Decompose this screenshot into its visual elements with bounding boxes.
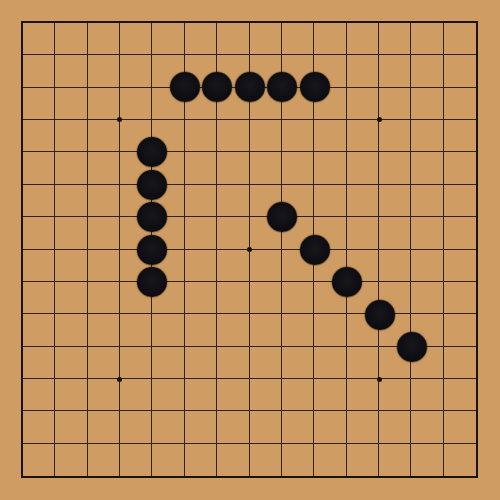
grid-cell (23, 120, 55, 152)
grid-cell (444, 347, 476, 379)
black-stone (235, 72, 265, 102)
grid-cell (250, 250, 282, 282)
grid-cell (314, 444, 346, 476)
grid-cell (314, 314, 346, 346)
grid-cell (88, 185, 120, 217)
grid-cell (23, 217, 55, 249)
grid-cell (411, 120, 443, 152)
grid-cell (185, 250, 217, 282)
grid-cell (314, 23, 346, 55)
grid-cell (379, 152, 411, 184)
grid-cell (314, 379, 346, 411)
grid-cell (347, 152, 379, 184)
grid-cell (217, 347, 249, 379)
grid-cell (250, 120, 282, 152)
grid-cell (88, 444, 120, 476)
grid-cell (55, 23, 87, 55)
grid-cell (444, 88, 476, 120)
grid-cell (55, 120, 87, 152)
grid-cell (444, 314, 476, 346)
grid-cell (217, 379, 249, 411)
grid-cell (444, 23, 476, 55)
grid-cell (88, 55, 120, 87)
grid-cell (347, 120, 379, 152)
grid-cell (88, 88, 120, 120)
grid-cell (55, 250, 87, 282)
grid-cell (379, 411, 411, 443)
grid-cell (250, 23, 282, 55)
grid-cell (23, 55, 55, 87)
grid-cell (444, 152, 476, 184)
grid-cell (444, 411, 476, 443)
black-stone (365, 300, 395, 330)
black-stone (397, 332, 427, 362)
grid-cell (314, 185, 346, 217)
grid-cell (120, 379, 152, 411)
grid-cell (88, 120, 120, 152)
grid-cell (55, 347, 87, 379)
grid-cell (347, 55, 379, 87)
grid-cell (217, 250, 249, 282)
grid-cell (88, 379, 120, 411)
grid-cell (282, 282, 314, 314)
grid-cell (314, 411, 346, 443)
grid-cell (88, 152, 120, 184)
grid-cell (23, 282, 55, 314)
grid-cell (282, 444, 314, 476)
grid-cell (282, 347, 314, 379)
grid-cell (411, 88, 443, 120)
grid-cell (411, 411, 443, 443)
goban (0, 0, 500, 500)
black-stone (137, 170, 167, 200)
grid-cell (23, 152, 55, 184)
grid-cell (347, 23, 379, 55)
grid-cell (217, 152, 249, 184)
grid-cell (185, 152, 217, 184)
grid-cell (217, 411, 249, 443)
grid-cell (23, 379, 55, 411)
grid-cell (185, 379, 217, 411)
grid-cell (55, 152, 87, 184)
grid-cell (120, 347, 152, 379)
grid-cell (120, 88, 152, 120)
grid-cell (55, 55, 87, 87)
grid-cell (250, 347, 282, 379)
grid-cell (185, 23, 217, 55)
grid-cell (347, 185, 379, 217)
grid-cell (314, 347, 346, 379)
grid-cell (185, 185, 217, 217)
grid-cell (185, 411, 217, 443)
grid-cell (250, 314, 282, 346)
grid-cell (152, 379, 184, 411)
grid-cell (411, 217, 443, 249)
grid-cell (379, 217, 411, 249)
grid-cell (185, 314, 217, 346)
grid-cell (379, 250, 411, 282)
grid-cell (444, 55, 476, 87)
grid-cell (347, 347, 379, 379)
grid-cell (250, 411, 282, 443)
grid-cell (347, 379, 379, 411)
grid-cell (444, 217, 476, 249)
grid-cell (217, 23, 249, 55)
grid-cell (185, 217, 217, 249)
grid-cell (185, 444, 217, 476)
grid-cell (88, 347, 120, 379)
grid-cell (444, 444, 476, 476)
grid-cell (217, 185, 249, 217)
grid-cell (152, 314, 184, 346)
grid-cell (282, 379, 314, 411)
grid-cell (217, 217, 249, 249)
grid-cell (23, 314, 55, 346)
grid-cell (185, 347, 217, 379)
grid-cell (282, 152, 314, 184)
grid-cell (185, 120, 217, 152)
grid-cell (120, 444, 152, 476)
grid-cell (88, 217, 120, 249)
grid-cell (120, 23, 152, 55)
grid-cell (347, 411, 379, 443)
grid-cell (152, 411, 184, 443)
grid-cell (250, 282, 282, 314)
grid-cell (55, 282, 87, 314)
grid-cell (23, 444, 55, 476)
grid-cell (411, 282, 443, 314)
grid-cell (23, 411, 55, 443)
grid-cell (379, 88, 411, 120)
grid-cell (23, 250, 55, 282)
grid-cell (250, 152, 282, 184)
grid-cell (379, 23, 411, 55)
grid-cell (120, 314, 152, 346)
grid-cell (347, 444, 379, 476)
grid-cell (55, 217, 87, 249)
grid-cell (411, 185, 443, 217)
grid-cell (250, 379, 282, 411)
grid-cell (411, 444, 443, 476)
grid-cell (347, 88, 379, 120)
grid-cell (23, 185, 55, 217)
grid-cell (88, 23, 120, 55)
grid-cell (444, 282, 476, 314)
grid-cell (55, 314, 87, 346)
grid-cell (88, 411, 120, 443)
grid-cell (23, 347, 55, 379)
grid-cell (379, 185, 411, 217)
grid-cell (314, 120, 346, 152)
grid-cell (444, 250, 476, 282)
grid-cell (217, 314, 249, 346)
grid-cell (444, 379, 476, 411)
grid-cell (282, 23, 314, 55)
grid-cell (120, 411, 152, 443)
grid-cell (152, 444, 184, 476)
grid-cell (217, 120, 249, 152)
grid-cell (314, 152, 346, 184)
grid-cell (282, 411, 314, 443)
grid-cell (217, 282, 249, 314)
grid-cell (55, 411, 87, 443)
black-stone (300, 72, 330, 102)
grid-cell (55, 88, 87, 120)
grid-cell (379, 55, 411, 87)
grid-cell (55, 444, 87, 476)
grid-cell (347, 217, 379, 249)
black-stone (137, 235, 167, 265)
black-stone (300, 235, 330, 265)
grid-cell (23, 23, 55, 55)
grid-cell (120, 55, 152, 87)
grid-cell (411, 250, 443, 282)
grid-cell (250, 444, 282, 476)
grid-cell (55, 379, 87, 411)
grid-cell (444, 185, 476, 217)
grid-cell (23, 88, 55, 120)
grid-cell (444, 120, 476, 152)
grid-cell (152, 23, 184, 55)
grid-cell (282, 120, 314, 152)
grid-cell (282, 314, 314, 346)
grid-cell (411, 55, 443, 87)
grid-cell (411, 379, 443, 411)
grid-cell (185, 282, 217, 314)
grid-cell (217, 444, 249, 476)
grid-cell (152, 347, 184, 379)
grid-cell (88, 314, 120, 346)
grid-cell (411, 23, 443, 55)
grid-cell (88, 250, 120, 282)
grid-cell (379, 379, 411, 411)
grid-cell (379, 444, 411, 476)
grid-cell (55, 185, 87, 217)
grid-cell (379, 120, 411, 152)
grid-cell (88, 282, 120, 314)
grid-cell (411, 152, 443, 184)
